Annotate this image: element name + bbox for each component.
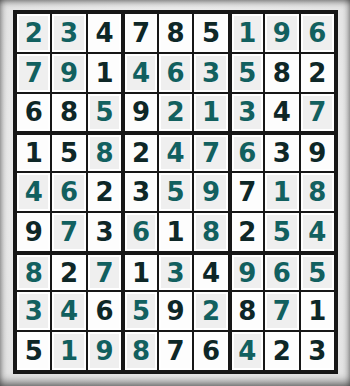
cell-r9c4[interactable]: 8: [122, 331, 157, 371]
cell-r8c2[interactable]: 4: [51, 291, 86, 331]
cell-r6c4[interactable]: 6: [122, 212, 157, 252]
cell-r1c7[interactable]: 1: [229, 13, 264, 53]
cell-r2c2[interactable]: 9: [51, 53, 86, 93]
cell-r4c9[interactable]: 9: [300, 132, 335, 172]
cell-r3c7[interactable]: 3: [229, 93, 264, 133]
cell-r3c6[interactable]: 1: [193, 93, 228, 133]
cell-r1c3[interactable]: 4: [87, 13, 122, 53]
cell-r8c1[interactable]: 3: [16, 291, 51, 331]
cell-r4c7[interactable]: 6: [229, 132, 264, 172]
sudoku-board: 2347851967914635826859213471582476394623…: [13, 10, 338, 374]
cell-r6c2[interactable]: 7: [51, 212, 86, 252]
cell-r2c1[interactable]: 7: [16, 53, 51, 93]
cell-r6c9[interactable]: 4: [300, 212, 335, 252]
cell-r2c6[interactable]: 3: [193, 53, 228, 93]
cell-r6c7[interactable]: 2: [229, 212, 264, 252]
cell-r5c6[interactable]: 9: [193, 172, 228, 212]
cell-r6c8[interactable]: 5: [264, 212, 299, 252]
cell-r3c8[interactable]: 4: [264, 93, 299, 133]
cell-r1c1[interactable]: 2: [16, 13, 51, 53]
cell-r4c4[interactable]: 2: [122, 132, 157, 172]
cell-r5c9[interactable]: 8: [300, 172, 335, 212]
cell-r6c5[interactable]: 1: [158, 212, 193, 252]
cell-r4c3[interactable]: 8: [87, 132, 122, 172]
cell-r1c6[interactable]: 5: [193, 13, 228, 53]
cell-r2c8[interactable]: 8: [264, 53, 299, 93]
cell-r2c4[interactable]: 4: [122, 53, 157, 93]
cell-r7c9[interactable]: 5: [300, 252, 335, 292]
cell-r9c8[interactable]: 2: [264, 331, 299, 371]
cell-r7c8[interactable]: 6: [264, 252, 299, 292]
cell-r7c7[interactable]: 9: [229, 252, 264, 292]
cell-r4c8[interactable]: 3: [264, 132, 299, 172]
cell-r1c9[interactable]: 6: [300, 13, 335, 53]
cell-r6c1[interactable]: 9: [16, 212, 51, 252]
cell-r3c2[interactable]: 8: [51, 93, 86, 133]
cell-r1c2[interactable]: 3: [51, 13, 86, 53]
cell-r8c5[interactable]: 9: [158, 291, 193, 331]
sudoku-page: 2347851967914635826859213471582476394623…: [0, 0, 350, 386]
cell-r3c1[interactable]: 6: [16, 93, 51, 133]
cell-r5c7[interactable]: 7: [229, 172, 264, 212]
cell-r9c3[interactable]: 9: [87, 331, 122, 371]
cell-r9c9[interactable]: 3: [300, 331, 335, 371]
cell-r8c3[interactable]: 6: [87, 291, 122, 331]
cell-r1c8[interactable]: 9: [264, 13, 299, 53]
cell-r7c3[interactable]: 7: [87, 252, 122, 292]
cell-r4c6[interactable]: 7: [193, 132, 228, 172]
cell-r4c5[interactable]: 4: [158, 132, 193, 172]
cell-r1c5[interactable]: 8: [158, 13, 193, 53]
cell-r7c6[interactable]: 4: [193, 252, 228, 292]
cell-r5c4[interactable]: 3: [122, 172, 157, 212]
cell-r3c3[interactable]: 5: [87, 93, 122, 133]
cell-r6c3[interactable]: 3: [87, 212, 122, 252]
cell-r9c1[interactable]: 5: [16, 331, 51, 371]
cell-r5c1[interactable]: 4: [16, 172, 51, 212]
cell-r7c1[interactable]: 8: [16, 252, 51, 292]
cell-r5c5[interactable]: 5: [158, 172, 193, 212]
cell-r5c2[interactable]: 6: [51, 172, 86, 212]
cell-r8c7[interactable]: 8: [229, 291, 264, 331]
cell-r2c3[interactable]: 1: [87, 53, 122, 93]
cell-r5c8[interactable]: 1: [264, 172, 299, 212]
cell-r1c4[interactable]: 7: [122, 13, 157, 53]
cell-r4c1[interactable]: 1: [16, 132, 51, 172]
cell-r3c5[interactable]: 2: [158, 93, 193, 133]
cell-r9c2[interactable]: 1: [51, 331, 86, 371]
cell-r6c6[interactable]: 8: [193, 212, 228, 252]
cell-r5c3[interactable]: 2: [87, 172, 122, 212]
cell-r7c5[interactable]: 3: [158, 252, 193, 292]
cell-r7c4[interactable]: 1: [122, 252, 157, 292]
cell-r7c2[interactable]: 2: [51, 252, 86, 292]
cell-r8c8[interactable]: 7: [264, 291, 299, 331]
cell-r8c9[interactable]: 1: [300, 291, 335, 331]
cell-r8c6[interactable]: 2: [193, 291, 228, 331]
cell-r8c4[interactable]: 5: [122, 291, 157, 331]
cell-r2c5[interactable]: 6: [158, 53, 193, 93]
cell-r3c9[interactable]: 7: [300, 93, 335, 133]
cell-r2c7[interactable]: 5: [229, 53, 264, 93]
cell-r3c4[interactable]: 9: [122, 93, 157, 133]
cell-r9c5[interactable]: 7: [158, 331, 193, 371]
cell-r9c7[interactable]: 4: [229, 331, 264, 371]
cell-r2c9[interactable]: 2: [300, 53, 335, 93]
cell-r9c6[interactable]: 6: [193, 331, 228, 371]
cell-r4c2[interactable]: 5: [51, 132, 86, 172]
